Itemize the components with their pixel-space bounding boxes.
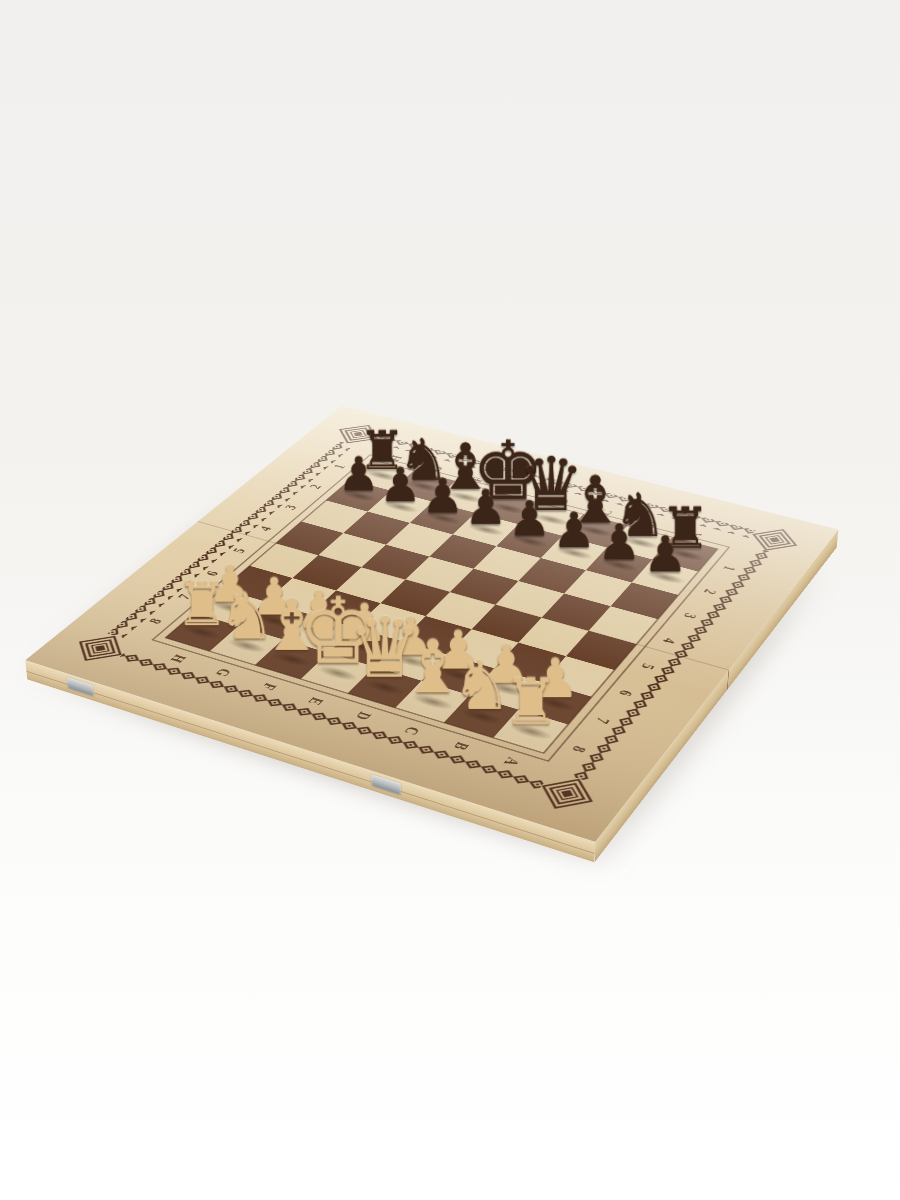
- black-pawn-glyph: ♟: [606, 470, 725, 577]
- pieces-layer: ♜♞♝♛♚♝♞♜♟♟♟♟♟♟♟♟♟♟♟♟♟♟♟♟♜♞♝♛♚♝♞♜: [25, 406, 838, 842]
- white-rook-glyph: ♜: [465, 613, 596, 731]
- chess-board: HHGGFFEEDDCCBBAA1122334455667788 ♜♞♝♛♚♝♞…: [25, 406, 838, 842]
- product-photo-scene: HHGGFFEEDDCCBBAA1122334455667788 ♜♞♝♛♚♝♞…: [0, 0, 900, 1200]
- fold-seam-edge: [727, 670, 729, 690]
- metal-clasp-left: [67, 677, 94, 697]
